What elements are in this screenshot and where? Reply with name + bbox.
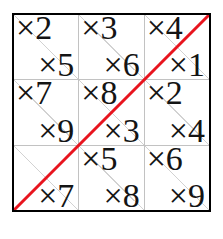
cell-r3c2[interactable]: ×5 ×8 — [79, 146, 143, 210]
cell-value-top-left: ×5 — [81, 142, 117, 176]
cell-value-top-left: ×3 — [81, 11, 117, 45]
cell-value-top-left: ×6 — [147, 142, 183, 176]
cell-value-top-left: ×7 — [16, 76, 52, 110]
grid: ×2 ×5 ×3 ×6 ×4 ×1 ×7 ×9 ×8 ×3 ×2 ×4 ×7 ×… — [14, 15, 209, 210]
cell-r2c2[interactable]: ×8 ×3 — [79, 80, 143, 144]
cell-r3c1[interactable]: ×7 — [14, 146, 78, 210]
multiplication-grid-board: ×2 ×5 ×3 ×6 ×4 ×1 ×7 ×9 ×8 ×3 ×2 ×4 ×7 ×… — [12, 13, 211, 212]
cell-r3c3[interactable]: ×6 ×9 — [145, 146, 209, 210]
cell-value-bottom-right: ×9 — [38, 114, 74, 148]
cell-r1c3[interactable]: ×4 ×1 — [145, 15, 209, 79]
cell-value-top-left: ×2 — [147, 76, 183, 110]
cell-value-top-left: ×2 — [16, 11, 52, 45]
cell-r1c2[interactable]: ×3 ×6 — [79, 15, 143, 79]
cell-r1c1[interactable]: ×2 ×5 — [14, 15, 78, 79]
cell-value-top-left: ×8 — [81, 76, 117, 110]
cell-value-bottom-right: ×7 — [38, 179, 74, 213]
cell-value-bottom-right: ×8 — [103, 179, 139, 213]
cell-r2c3[interactable]: ×2 ×4 — [145, 80, 209, 144]
cell-value-bottom-right: ×9 — [169, 179, 205, 213]
cell-value-top-left: ×4 — [147, 11, 183, 45]
cell-r2c1[interactable]: ×7 ×9 — [14, 80, 78, 144]
